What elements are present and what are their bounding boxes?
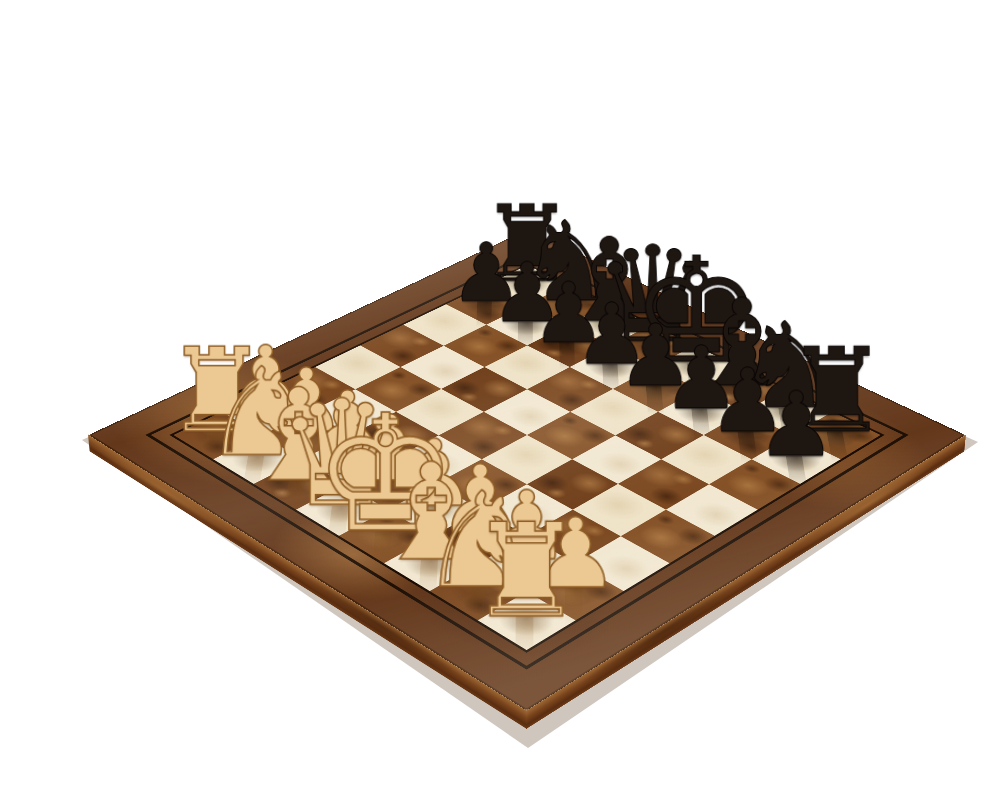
page: { "game": "chess", "scene": { "type": "p… [0, 0, 1000, 800]
scene-3d-stage: ♜♞♝♛♚♝♞♜♟♟♟♟♟♟♟♟♟♟♟♟♟♟♟♟♜♞♝♛♚♝♞♜ [0, 0, 1000, 800]
piece-black-pawn-h7: ♟ [756, 380, 836, 469]
product-photo-canvas: ♜♞♝♛♚♝♞♜♟♟♟♟♟♟♟♟♟♟♟♟♟♟♟♟♜♞♝♛♚♝♞♜ [0, 0, 1000, 800]
chess-board: ♜♞♝♛♚♝♞♜♟♟♟♟♟♟♟♟♟♟♟♟♟♟♟♟♜♞♝♛♚♝♞♜ [89, 230, 966, 711]
piece-white-rook-h1: ♜ [469, 506, 585, 635]
